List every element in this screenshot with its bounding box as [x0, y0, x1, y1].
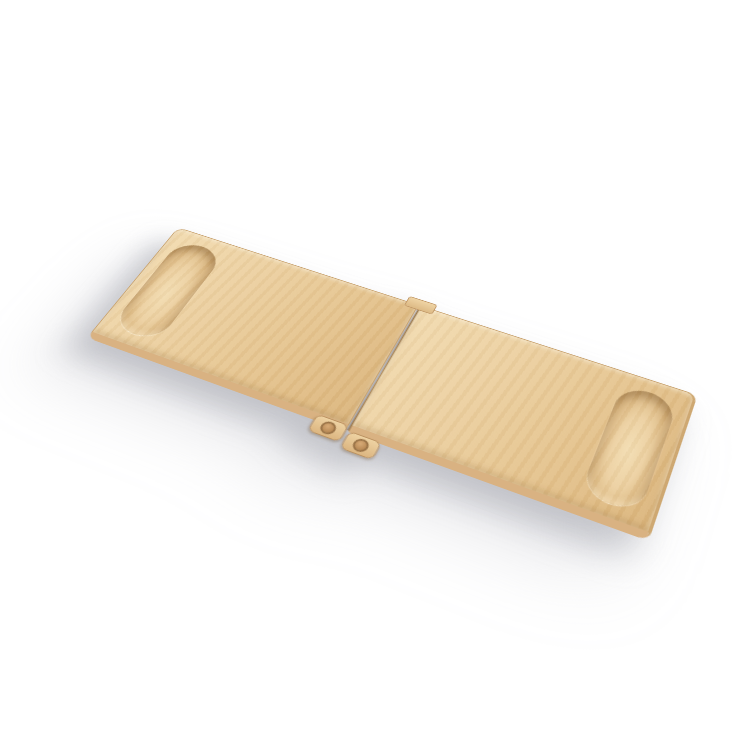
- hinge-dowel-icon: [318, 420, 339, 437]
- board-wrapper: [88, 227, 698, 539]
- hinge-dowel-icon: [350, 437, 371, 454]
- photo-scene: [0, 0, 740, 740]
- mancala-board: [88, 227, 698, 539]
